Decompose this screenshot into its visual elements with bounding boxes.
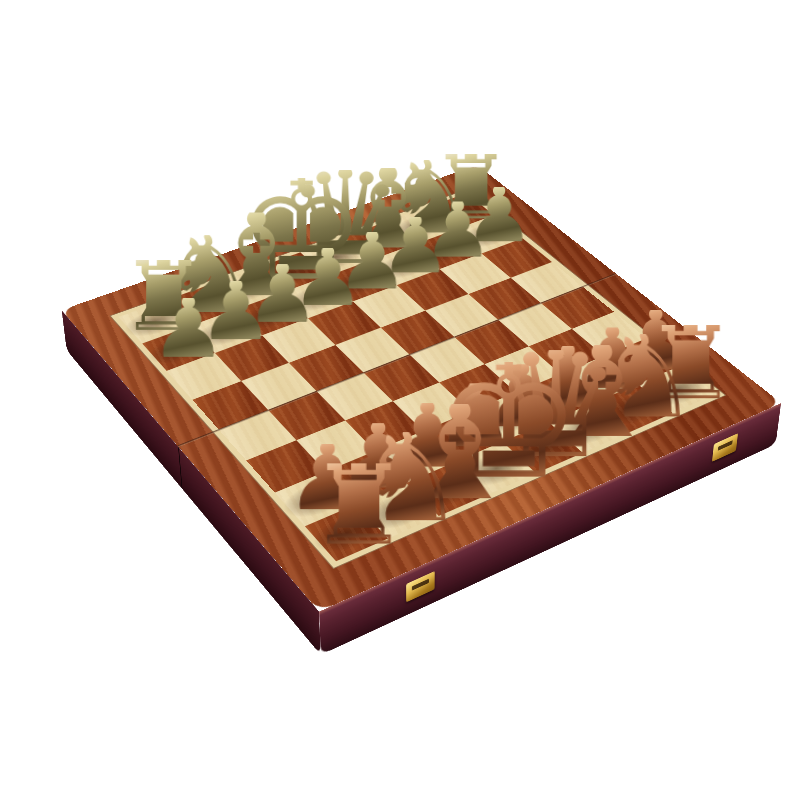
square-h1[interactable]: ♜ [305, 504, 388, 561]
gold-clasp-icon [712, 433, 738, 462]
chess-board: ♜♞♝♚♛♝♞♜♟♟♟♟♟♟♟♟♟♟♟♟♟♟♟♟♜♞♝♚♛♝♞♜ [62, 165, 782, 611]
copper-rook-h1[interactable]: ♜ [308, 463, 409, 546]
photo-scene: ♜♞♝♚♛♝♞♜♟♟♟♟♟♟♟♟♟♟♟♟♟♟♟♟♜♞♝♚♛♝♞♜ [0, 0, 800, 800]
fold-seam-side [178, 446, 183, 489]
gold-clasp-icon [406, 570, 435, 601]
square-h6[interactable] [167, 353, 241, 400]
brass-pawn-h7[interactable]: ♟ [150, 297, 226, 358]
